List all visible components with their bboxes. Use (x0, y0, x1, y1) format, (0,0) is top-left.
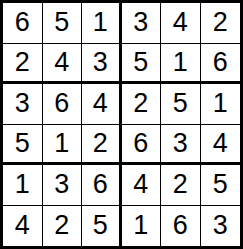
cell-r3c2[interactable]: 6 (43, 84, 83, 125)
cell-r3c3[interactable]: 4 (82, 84, 122, 125)
cell-r1c1[interactable]: 6 (3, 3, 43, 44)
cell-r1c4[interactable]: 3 (122, 3, 162, 44)
cell-r2c4[interactable]: 5 (122, 44, 162, 85)
cell-r1c6[interactable]: 2 (201, 3, 241, 44)
cell-r6c1[interactable]: 4 (3, 206, 43, 247)
cell-r5c1[interactable]: 1 (3, 165, 43, 206)
cell-r6c4[interactable]: 1 (122, 206, 162, 247)
cell-r4c1[interactable]: 5 (3, 125, 43, 166)
cell-r5c4[interactable]: 4 (122, 165, 162, 206)
cell-r6c3[interactable]: 5 (82, 206, 122, 247)
cell-r2c6[interactable]: 6 (201, 44, 241, 85)
cell-r4c4[interactable]: 6 (122, 125, 162, 166)
cell-r6c5[interactable]: 6 (161, 206, 201, 247)
cell-r6c2[interactable]: 2 (43, 206, 83, 247)
cell-r2c2[interactable]: 4 (43, 44, 83, 85)
cell-r5c3[interactable]: 6 (82, 165, 122, 206)
cell-r2c3[interactable]: 3 (82, 44, 122, 85)
cell-r4c5[interactable]: 3 (161, 125, 201, 166)
cell-r1c5[interactable]: 4 (161, 3, 201, 44)
cell-r6c6[interactable]: 3 (201, 206, 241, 247)
cell-r4c2[interactable]: 1 (43, 125, 83, 166)
cell-r1c3[interactable]: 1 (82, 3, 122, 44)
cell-r3c6[interactable]: 1 (201, 84, 241, 125)
cell-r2c1[interactable]: 2 (3, 44, 43, 85)
sudoku-page: 651342243516364251512634136425425163 (0, 0, 243, 249)
cell-r1c2[interactable]: 5 (43, 3, 83, 44)
cell-r5c2[interactable]: 3 (43, 165, 83, 206)
cell-r3c1[interactable]: 3 (3, 84, 43, 125)
sudoku-board: 651342243516364251512634136425425163 (0, 0, 243, 249)
cell-r5c5[interactable]: 2 (161, 165, 201, 206)
cell-r5c6[interactable]: 5 (201, 165, 241, 206)
cell-r4c3[interactable]: 2 (82, 125, 122, 166)
cell-r3c4[interactable]: 2 (122, 84, 162, 125)
cell-r4c6[interactable]: 4 (201, 125, 241, 166)
cell-r3c5[interactable]: 5 (161, 84, 201, 125)
cell-r2c5[interactable]: 1 (161, 44, 201, 85)
